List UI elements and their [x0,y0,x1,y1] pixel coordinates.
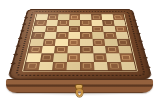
chess-set-photo [0,0,159,106]
square-e1[interactable] [80,62,94,71]
square-a3[interactable] [28,46,42,54]
square-f4[interactable] [92,39,105,46]
square-f3[interactable] [92,46,105,54]
square-h3[interactable] [117,46,131,54]
square-e5[interactable] [80,32,92,39]
square-h5[interactable] [115,32,128,39]
square-c4[interactable] [54,39,67,46]
square-f1[interactable] [93,62,107,71]
square-b4[interactable] [42,39,55,46]
square-g5[interactable] [103,32,116,39]
square-d4[interactable] [67,39,80,46]
square-g1[interactable] [106,62,121,71]
square-g4[interactable] [104,39,117,46]
square-d3[interactable] [67,46,80,54]
square-d2[interactable] [66,53,79,61]
square-h4[interactable] [116,39,130,46]
square-c5[interactable] [55,32,68,39]
square-d5[interactable] [67,32,79,39]
square-b3[interactable] [41,46,55,54]
square-g3[interactable] [105,46,119,54]
square-g2[interactable] [105,53,119,61]
square-c2[interactable] [53,53,67,61]
square-d1[interactable] [66,62,80,71]
square-e2[interactable] [80,53,93,61]
square-f5[interactable] [91,32,104,39]
board-lid [7,9,153,80]
square-f2[interactable] [92,53,106,61]
square-b1[interactable] [38,62,53,71]
brass-clasp [73,84,85,97]
square-a5[interactable] [31,32,44,39]
square-e3[interactable] [80,46,93,54]
square-b5[interactable] [43,32,56,39]
square-h1[interactable] [120,62,135,71]
square-a4[interactable] [29,39,43,46]
square-b2[interactable] [39,53,53,61]
square-e4[interactable] [80,39,93,46]
square-h2[interactable] [118,53,133,61]
clasp-loop-icon [76,89,83,97]
square-a2[interactable] [26,53,41,61]
square-c3[interactable] [54,46,67,54]
square-a1[interactable] [24,62,39,71]
chess-board [24,14,136,70]
square-c1[interactable] [52,62,66,71]
